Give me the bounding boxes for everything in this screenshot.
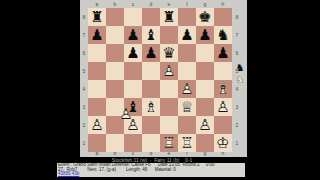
- coord-label: d: [142, 0, 160, 8]
- coord-label: 4: [80, 80, 88, 98]
- black-king-icon: ♚: [196, 8, 214, 26]
- square-g5[interactable]: [196, 62, 214, 80]
- square-h1[interactable]: ♚♔: [214, 134, 232, 152]
- black-knight-icon: ♞: [233, 62, 247, 74]
- white-pawn-icon: ♟♙: [178, 80, 196, 98]
- square-e8[interactable]: ♜: [160, 8, 178, 26]
- rank-labels-left: 87654321: [80, 8, 88, 152]
- square-d2[interactable]: [142, 116, 160, 134]
- square-e7[interactable]: [160, 26, 178, 44]
- white-pawn-icon: ♟♙: [160, 62, 178, 80]
- white-pawn-icon: ♟♙: [117, 105, 135, 123]
- square-g2[interactable]: ♟♙: [196, 116, 214, 134]
- square-f8[interactable]: [178, 8, 196, 26]
- caption-panel: Event : Grand Slam Indian Defense: Castl…: [57, 163, 245, 177]
- coord-label: 1: [80, 134, 88, 152]
- black-knight-icon: ♞: [214, 26, 232, 44]
- black-bishop-icon: ♝: [142, 26, 160, 44]
- square-f2[interactable]: [178, 116, 196, 134]
- black-pawn-icon: ♟: [142, 44, 160, 62]
- coord-label: 1: [233, 134, 241, 152]
- video-link[interactable]: 43866 43b: [58, 172, 244, 177]
- square-e2[interactable]: [160, 116, 178, 134]
- coord-label: 2: [80, 116, 88, 134]
- square-h2[interactable]: [214, 116, 232, 134]
- square-a1[interactable]: [88, 134, 106, 152]
- square-c8[interactable]: [124, 8, 142, 26]
- black-rook-icon: ♜: [88, 8, 106, 26]
- square-b5[interactable]: [106, 62, 124, 80]
- square-a3[interactable]: [88, 98, 106, 116]
- square-a8[interactable]: ♜: [88, 8, 106, 26]
- square-h5[interactable]: [214, 62, 232, 80]
- moving-pawn: ♟♙: [117, 105, 135, 123]
- square-g6[interactable]: [196, 44, 214, 62]
- square-a7[interactable]: ♟: [88, 26, 106, 44]
- square-h8[interactable]: [214, 8, 232, 26]
- black-rook-icon: ♜: [160, 8, 178, 26]
- black-pawn-icon: ♟: [88, 26, 106, 44]
- chess-board: ♜♜♚♟♟♝♟♟♞♟♟♛♟♟♙♟♙♝♗♝♝♗♛♕♟♙♟♙♟♙♟♙♜♖♜♖♚♔♟♙: [88, 8, 232, 152]
- square-d5[interactable]: [142, 62, 160, 80]
- square-c7[interactable]: ♟: [124, 26, 142, 44]
- square-g4[interactable]: [196, 80, 214, 98]
- square-h6[interactable]: ♟: [214, 44, 232, 62]
- square-d4[interactable]: [142, 80, 160, 98]
- coord-label: c: [124, 0, 142, 8]
- white-knight-icon: ♞♘: [233, 74, 247, 86]
- square-f3[interactable]: ♛♕: [178, 98, 196, 116]
- coord-label: b: [106, 0, 124, 8]
- coord-label: a: [88, 0, 106, 8]
- square-b6[interactable]: [106, 44, 124, 62]
- square-a6[interactable]: [88, 44, 106, 62]
- white-king-icon: ♚♔: [214, 134, 232, 152]
- square-b1[interactable]: [106, 134, 124, 152]
- square-e5[interactable]: ♟♙: [160, 62, 178, 80]
- square-d6[interactable]: ♟: [142, 44, 160, 62]
- white-bishop-icon: ♝♗: [214, 80, 232, 98]
- coord-label: 2: [233, 116, 241, 134]
- square-a4[interactable]: [88, 80, 106, 98]
- coord-label: e: [160, 0, 178, 8]
- square-g1[interactable]: [196, 134, 214, 152]
- square-a2[interactable]: ♟♙: [88, 116, 106, 134]
- white-pawn-icon: ♟♙: [88, 116, 106, 134]
- square-d3[interactable]: ♝♗: [142, 98, 160, 116]
- square-f7[interactable]: ♟: [178, 26, 196, 44]
- square-d7[interactable]: ♝: [142, 26, 160, 44]
- white-pawn-icon: ♟♙: [196, 116, 214, 134]
- square-d1[interactable]: [142, 134, 160, 152]
- coord-label: 3: [80, 98, 88, 116]
- square-g7[interactable]: ♟: [196, 26, 214, 44]
- coord-label: g: [196, 0, 214, 8]
- square-h4[interactable]: ♝♗: [214, 80, 232, 98]
- coord-label: 8: [233, 8, 241, 26]
- coord-label: 3: [233, 98, 241, 116]
- square-d8[interactable]: [142, 8, 160, 26]
- video-frame: abcdefgh abcdefgh 87654321 87654321 ♜♜♚♟…: [0, 0, 320, 180]
- square-f1[interactable]: ♜♖: [178, 134, 196, 152]
- coord-label: 5: [80, 62, 88, 80]
- black-pawn-icon: ♟: [124, 44, 142, 62]
- square-e4[interactable]: [160, 80, 178, 98]
- coord-label: 7: [233, 26, 241, 44]
- coord-label: 6: [80, 44, 88, 62]
- white-queen-icon: ♛♕: [178, 98, 196, 116]
- white-pawn-icon: ♟♙: [214, 98, 232, 116]
- captured-pieces-tray: ♞♞♘: [233, 62, 247, 86]
- square-c5[interactable]: [124, 62, 142, 80]
- square-b4[interactable]: [106, 80, 124, 98]
- square-g3[interactable]: [196, 98, 214, 116]
- file-labels-top: abcdefgh: [88, 0, 232, 8]
- coord-label: 7: [80, 26, 88, 44]
- black-pawn-icon: ♟: [196, 26, 214, 44]
- white-bishop-icon: ♝♗: [142, 98, 160, 116]
- square-a5[interactable]: [88, 62, 106, 80]
- white-rook-icon: ♜♖: [160, 134, 178, 152]
- coord-label: 8: [80, 8, 88, 26]
- coord-label: h: [214, 0, 232, 8]
- square-f4[interactable]: ♟♙: [178, 80, 196, 98]
- square-e6[interactable]: ♛: [160, 44, 178, 62]
- coord-label: f: [178, 0, 196, 8]
- square-c1[interactable]: [124, 134, 142, 152]
- square-c6[interactable]: ♟: [124, 44, 142, 62]
- black-pawn-icon: ♟: [124, 26, 142, 44]
- square-e1[interactable]: ♜♖: [160, 134, 178, 152]
- black-pawn-icon: ♟: [178, 26, 196, 44]
- square-e3[interactable]: [160, 98, 178, 116]
- white-rook-icon: ♜♖: [178, 134, 196, 152]
- square-h7[interactable]: ♞: [214, 26, 232, 44]
- square-h3[interactable]: ♟♙: [214, 98, 232, 116]
- coord-label: 6: [233, 44, 241, 62]
- black-queen-icon: ♛: [160, 44, 178, 62]
- square-b8[interactable]: [106, 8, 124, 26]
- square-g8[interactable]: ♚: [196, 8, 214, 26]
- black-pawn-icon: ♟: [214, 44, 232, 62]
- square-f5[interactable]: [178, 62, 196, 80]
- square-f6[interactable]: [178, 44, 196, 62]
- square-c4[interactable]: [124, 80, 142, 98]
- square-b7[interactable]: [106, 26, 124, 44]
